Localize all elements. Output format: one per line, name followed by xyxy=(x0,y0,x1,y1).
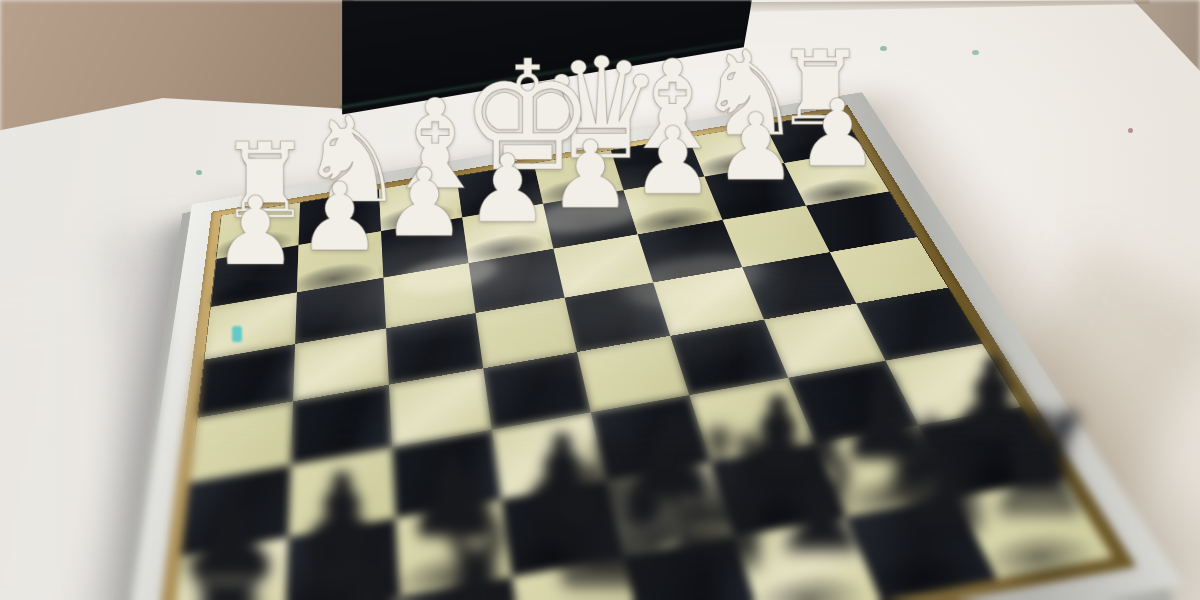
piece-white-pawn-a2[interactable]: ♟ xyxy=(795,87,879,180)
piece-shadow xyxy=(692,147,780,183)
piece-white-bishop-f1[interactable]: ♝ xyxy=(379,83,460,207)
square-d1[interactable]: ♛ xyxy=(534,150,624,204)
piece-shadow xyxy=(534,173,619,210)
board-reflection-stain xyxy=(290,341,380,398)
square-d2[interactable]: ♟ xyxy=(543,190,638,248)
piece-white-pawn-c2[interactable]: ♟ xyxy=(631,115,715,208)
board-frame-silver: ♜♞♝♚♛♝♞♜♟♟♟♟♟♟♟♟♟♟♟♟♟♟♟♟♜♞♝♚♛♝♞♜ xyxy=(104,92,1184,600)
piece-shadow xyxy=(211,227,293,266)
square-g1[interactable]: ♞ xyxy=(299,189,381,245)
piece-black-knight-g8[interactable]: ♞ xyxy=(283,498,402,600)
square-h1[interactable]: ♜ xyxy=(217,202,301,259)
piece-white-pawn-f2[interactable]: ♟ xyxy=(382,156,467,250)
square-b2[interactable]: ♟ xyxy=(704,163,806,220)
piece-white-pawn-d2[interactable]: ♟ xyxy=(548,128,632,222)
piece-white-king-e1[interactable]: ♚ xyxy=(459,41,540,193)
square-b1[interactable]: ♞ xyxy=(688,125,784,177)
piece-shadow xyxy=(375,200,457,238)
piece-shadow xyxy=(294,213,375,252)
square-d3[interactable] xyxy=(553,234,653,298)
piece-white-knight-g1[interactable]: ♞ xyxy=(299,101,380,220)
square-c2[interactable]: ♟ xyxy=(624,177,722,234)
square-d4[interactable] xyxy=(565,282,671,352)
square-f3[interactable] xyxy=(383,263,475,328)
piece-white-rook-a1[interactable]: ♜ xyxy=(775,38,855,140)
board-frame-brass-rim: ♜♞♝♚♛♝♞♜♟♟♟♟♟♟♟♟♟♟♟♟♟♟♟♟♜♞♝♚♛♝♞♜ xyxy=(142,105,1137,600)
piece-white-knight-b1[interactable]: ♞ xyxy=(696,36,776,154)
piece-shadow xyxy=(709,187,802,226)
piece-shadow xyxy=(455,187,538,225)
piece-shadow xyxy=(205,272,291,315)
piece-shadow xyxy=(613,160,700,197)
square-h3[interactable] xyxy=(205,292,298,359)
piece-white-pawn-g2[interactable]: ♟ xyxy=(298,170,383,264)
piece-shadow xyxy=(770,134,860,170)
piece-white-pawn-h2[interactable]: ♟ xyxy=(213,184,298,279)
floor-corner-top-right xyxy=(1124,0,1200,74)
piece-shadow xyxy=(791,174,886,213)
chessboard-scene: ♜♞♝♚♛♝♞♜♟♟♟♟♟♟♟♟♟♟♟♟♟♟♟♟♜♞♝♚♛♝♞♜ xyxy=(103,0,1052,600)
square-b3[interactable] xyxy=(722,205,830,267)
square-f2[interactable]: ♟ xyxy=(381,218,469,278)
board-reflection-stain xyxy=(396,251,499,301)
piece-shadow xyxy=(377,244,463,286)
square-g4[interactable] xyxy=(293,328,388,401)
square-e2[interactable]: ♟ xyxy=(462,204,553,263)
piece-shadow xyxy=(627,201,718,241)
piece-white-rook-h1[interactable]: ♜ xyxy=(219,130,300,234)
square-c4[interactable] xyxy=(653,267,763,336)
cyan-paint-chip xyxy=(232,326,242,342)
square-c1[interactable]: ♝ xyxy=(611,137,704,190)
square-a4[interactable] xyxy=(830,237,948,304)
piece-white-queen-d1[interactable]: ♛ xyxy=(539,40,619,180)
square-f4[interactable] xyxy=(386,313,483,385)
square-c3[interactable] xyxy=(638,220,742,283)
board-reflection-stain xyxy=(616,246,772,316)
table-green-speck xyxy=(972,50,979,55)
square-b4[interactable] xyxy=(742,252,856,320)
square-e1[interactable]: ♚ xyxy=(456,163,543,217)
piece-shadow xyxy=(461,229,548,270)
square-g3[interactable] xyxy=(295,278,385,344)
square-g2[interactable]: ♟ xyxy=(297,231,383,292)
board-reflection-stain xyxy=(531,189,652,240)
square-f1[interactable]: ♝ xyxy=(379,176,463,231)
piece-white-bishop-c1[interactable]: ♝ xyxy=(618,43,698,166)
square-a3[interactable] xyxy=(806,191,917,252)
square-h2[interactable]: ♟ xyxy=(211,245,299,307)
piece-shadow xyxy=(544,215,633,256)
chessboard: ♜♞♝♚♛♝♞♜♟♟♟♟♟♟♟♟♟♟♟♟♟♟♟♟♜♞♝♚♛♝♞♜ xyxy=(159,111,1115,600)
square-a2[interactable]: ♟ xyxy=(784,150,889,206)
piece-white-pawn-b2[interactable]: ♟ xyxy=(713,101,797,194)
piece-white-pawn-e2[interactable]: ♟ xyxy=(465,142,549,236)
piece-shadow xyxy=(292,258,377,300)
photo-scene: ♜♞♝♚♛♝♞♜♟♟♟♟♟♟♟♟♟♟♟♟♟♟♟♟♜♞♝♚♛♝♞♜ xyxy=(0,0,1200,600)
piece-black-rook-h8[interactable]: ♜ xyxy=(165,540,284,600)
square-e3[interactable] xyxy=(468,248,564,312)
square-a1[interactable]: ♜ xyxy=(764,112,863,163)
table-red-speck xyxy=(1128,128,1133,133)
square-h4[interactable] xyxy=(198,344,296,418)
